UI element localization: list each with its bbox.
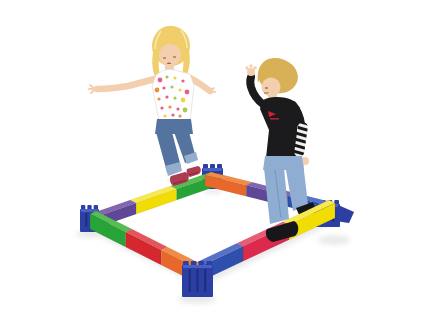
girl-left-hand [89, 85, 95, 93]
corner-post-bottom [182, 261, 213, 297]
balance-beam-scene [0, 0, 423, 318]
polka-dot [176, 107, 179, 110]
polka-dot [165, 75, 168, 78]
polka-dot [183, 108, 188, 113]
corner-post-left-part [85, 213, 87, 227]
polka-dot [181, 79, 184, 82]
polka-dot [181, 98, 186, 103]
boy-finger [253, 66, 256, 69]
boy-front-leg [264, 168, 289, 224]
polka-dot [162, 86, 165, 89]
polka-dot [158, 78, 163, 83]
corner-post-bottom-part [197, 269, 199, 292]
polka-dot [170, 85, 173, 88]
polka-dot [160, 106, 163, 109]
polka-dot [165, 95, 168, 98]
girl-left-arm [97, 78, 158, 89]
corner-post-top-part [203, 168, 222, 171]
polka-dot [157, 97, 160, 100]
girl-figure [89, 26, 215, 186]
polka-dot [168, 105, 171, 108]
girl-top-shirt [152, 70, 194, 122]
polka-dot [171, 113, 174, 116]
shadow-right-post [318, 235, 350, 245]
polka-dot [185, 90, 190, 95]
polka-dot [173, 96, 176, 99]
corner-post-bottom-part [204, 269, 206, 292]
corner-post-front [182, 261, 213, 297]
girl-jeans-hips [155, 119, 193, 134]
polka-dot [163, 114, 166, 117]
polka-dot [155, 88, 160, 93]
boy-finger [249, 64, 252, 67]
polka-dot [178, 88, 181, 91]
boy-finger [245, 66, 248, 69]
corner-post-right-tongue [336, 205, 354, 223]
boy-jeans-hips [263, 156, 304, 170]
polka-dot [178, 114, 181, 117]
polka-dot [173, 76, 176, 79]
corner-post-bottom-part [189, 269, 191, 292]
product-photo [0, 0, 423, 318]
girl-rear-shoe [187, 166, 201, 177]
corner-post-bottom-part [183, 265, 212, 268]
